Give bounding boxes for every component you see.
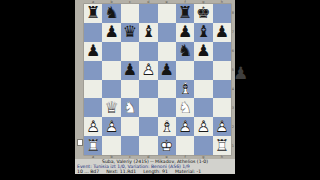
square-b1 bbox=[102, 136, 120, 155]
square-a3 bbox=[84, 98, 102, 117]
square-c5: ♟ bbox=[121, 61, 139, 80]
rank-label-3: 3 bbox=[226, 98, 235, 117]
square-a1: ♜♖ bbox=[84, 136, 102, 155]
square-g7: ♝ bbox=[194, 23, 212, 42]
square-c2 bbox=[121, 117, 139, 136]
square-g4 bbox=[194, 80, 212, 99]
white-king: ♚♔ bbox=[158, 136, 176, 155]
black-king: ♚ bbox=[194, 4, 212, 23]
white-knight: ♞♘ bbox=[176, 98, 194, 117]
square-e3 bbox=[158, 98, 176, 117]
material-text: Material: -1 bbox=[175, 169, 201, 174]
material-pawn-icon: ♟ bbox=[233, 62, 247, 84]
black-pawn: ♟ bbox=[84, 42, 102, 61]
black-pawn: ♟ bbox=[176, 23, 194, 42]
square-f4: ♝♗ bbox=[176, 80, 194, 99]
game-length-text: Length: 91 bbox=[143, 169, 168, 174]
square-e1: ♚♔ bbox=[158, 136, 176, 155]
square-e2: ♝♗ bbox=[158, 117, 176, 136]
square-g8: ♚ bbox=[194, 4, 212, 23]
square-d7: ♝ bbox=[139, 23, 157, 42]
black-pawn: ♟ bbox=[158, 61, 176, 80]
square-d5: ♟♙ bbox=[139, 61, 157, 80]
square-c7: ♛ bbox=[121, 23, 139, 42]
square-f5 bbox=[176, 61, 194, 80]
white-pawn: ♟♙ bbox=[84, 117, 102, 136]
black-pawn: ♟ bbox=[102, 23, 120, 42]
rank-label-1: 1 bbox=[226, 136, 235, 155]
black-queen: ♛ bbox=[121, 23, 139, 42]
square-g3 bbox=[194, 98, 212, 117]
black-knight: ♞ bbox=[102, 4, 120, 23]
rank-label-6: 6 bbox=[226, 42, 235, 61]
white-pawn: ♟♙ bbox=[102, 117, 120, 136]
square-b2: ♟♙ bbox=[102, 117, 120, 136]
square-c6 bbox=[121, 42, 139, 61]
square-a6: ♟ bbox=[84, 42, 102, 61]
next-move-text: Next: 11.Rd1 bbox=[106, 169, 136, 174]
square-e5: ♟ bbox=[158, 61, 176, 80]
square-e6 bbox=[158, 42, 176, 61]
black-bishop: ♝ bbox=[139, 23, 157, 42]
square-a2: ♟♙ bbox=[84, 117, 102, 136]
white-pawn: ♟♙ bbox=[194, 117, 212, 136]
square-f6: ♞ bbox=[176, 42, 194, 61]
white-pawn: ♟♙ bbox=[139, 61, 157, 80]
square-b7: ♟ bbox=[102, 23, 120, 42]
white-bishop: ♝♗ bbox=[176, 80, 194, 99]
white-bishop: ♝♗ bbox=[158, 117, 176, 136]
square-b5 bbox=[102, 61, 120, 80]
side-to-move-indicator bbox=[77, 139, 83, 146]
square-b6 bbox=[102, 42, 120, 61]
square-c3: ♞♘ bbox=[121, 98, 139, 117]
rank-label-2: 2 bbox=[226, 117, 235, 136]
square-f8: ♜ bbox=[176, 4, 194, 23]
square-a4 bbox=[84, 80, 102, 99]
chess-panel: abcdefgh ♜♞♜♚♟♛♝♟♝♟♟♞♟♟♟♙♟♝♗♛♕♞♘♞♘♟♙♟♙♝♗… bbox=[75, 0, 235, 174]
square-a8: ♜ bbox=[84, 4, 102, 23]
square-c1 bbox=[121, 136, 139, 155]
white-rook: ♜♖ bbox=[84, 136, 102, 155]
black-rook: ♜ bbox=[176, 4, 194, 23]
letterbox-left bbox=[0, 0, 75, 180]
square-d6 bbox=[139, 42, 157, 61]
square-g1 bbox=[194, 136, 212, 155]
black-rook: ♜ bbox=[84, 4, 102, 23]
square-b8: ♞ bbox=[102, 4, 120, 23]
black-bishop: ♝ bbox=[194, 23, 212, 42]
square-d1 bbox=[139, 136, 157, 155]
rank-label-7: 7 bbox=[226, 23, 235, 42]
last-move-text: 10 ... Bd7 bbox=[77, 169, 99, 174]
square-a5 bbox=[84, 61, 102, 80]
white-queen: ♛♕ bbox=[102, 98, 120, 117]
white-knight: ♞♘ bbox=[121, 98, 139, 117]
square-c8 bbox=[121, 4, 139, 23]
chess-board: ♜♞♜♚♟♛♝♟♝♟♟♞♟♟♟♙♟♝♗♛♕♞♘♞♘♟♙♟♙♝♗♟♙♟♙♟♙♜♖♚… bbox=[84, 4, 231, 155]
square-a7 bbox=[84, 23, 102, 42]
rank-label-8: 8 bbox=[226, 4, 235, 23]
square-e4 bbox=[158, 80, 176, 99]
square-f2: ♟♙ bbox=[176, 117, 194, 136]
letterbox-right bbox=[235, 0, 320, 180]
square-g6: ♟ bbox=[194, 42, 212, 61]
square-b3: ♛♕ bbox=[102, 98, 120, 117]
square-d2 bbox=[139, 117, 157, 136]
square-d4 bbox=[139, 80, 157, 99]
square-d8 bbox=[139, 4, 157, 23]
caption-bar: Suba, Valeriy (2415) -- Mikadov, Athelio… bbox=[75, 159, 235, 174]
square-b4 bbox=[102, 80, 120, 99]
square-f3: ♞♘ bbox=[176, 98, 194, 117]
square-f1 bbox=[176, 136, 194, 155]
square-e8 bbox=[158, 4, 176, 23]
black-pawn: ♟ bbox=[121, 61, 139, 80]
square-g5 bbox=[194, 61, 212, 80]
square-g2: ♟♙ bbox=[194, 117, 212, 136]
black-knight: ♞ bbox=[176, 42, 194, 61]
status-line: 10 ... Bd7 Next: 11.Rd1 Length: 91 Mater… bbox=[75, 169, 235, 174]
black-pawn: ♟ bbox=[194, 42, 212, 61]
square-d3 bbox=[139, 98, 157, 117]
white-pawn: ♟♙ bbox=[176, 117, 194, 136]
square-c4 bbox=[121, 80, 139, 99]
square-e7 bbox=[158, 23, 176, 42]
square-f7: ♟ bbox=[176, 23, 194, 42]
